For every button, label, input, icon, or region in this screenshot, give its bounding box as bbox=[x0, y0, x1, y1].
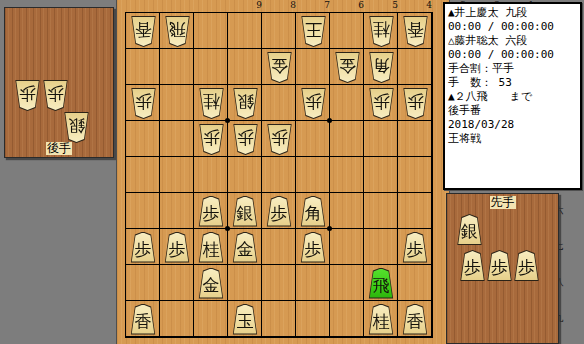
square-4-三[interactable]: 歩 bbox=[296, 85, 330, 121]
square-3-一[interactable] bbox=[330, 13, 364, 49]
file-label-6: 6 bbox=[344, 0, 378, 11]
square-8-一[interactable]: 飛 bbox=[160, 13, 194, 49]
square-7-四[interactable]: 歩 bbox=[194, 121, 228, 157]
square-4-二[interactable] bbox=[296, 49, 330, 85]
hand-piece-gote[interactable]: 歩 bbox=[14, 80, 41, 111]
square-7-八[interactable]: 金 bbox=[194, 265, 228, 301]
shogi-piece-gote[interactable]: 桂 bbox=[368, 16, 395, 47]
shogi-app-window: 後手 歩歩銀 987654321 一二三四五六七八九 香飛王桂香金金角歩桂銀歩歩… bbox=[0, 0, 584, 344]
square-8-八[interactable] bbox=[160, 265, 194, 301]
square-7-一[interactable] bbox=[194, 13, 228, 49]
square-7-五[interactable] bbox=[194, 157, 228, 193]
info-line-3: △藤井聡太 六段 bbox=[448, 34, 577, 48]
shogi-piece-sente[interactable]: 歩 bbox=[130, 232, 157, 263]
square-5-三[interactable] bbox=[262, 85, 296, 121]
square-5-九[interactable] bbox=[262, 301, 296, 337]
square-8-六[interactable] bbox=[160, 193, 194, 229]
square-9-六[interactable] bbox=[126, 193, 160, 229]
square-6-三[interactable]: 銀 bbox=[228, 85, 262, 121]
shogi-piece-gote[interactable]: 歩 bbox=[368, 88, 395, 119]
square-9-四[interactable] bbox=[126, 121, 160, 157]
shogi-piece-sente[interactable]: 歩 bbox=[164, 232, 191, 263]
gote-hand-label: 後手 bbox=[46, 142, 72, 155]
square-8-七[interactable]: 歩 bbox=[160, 229, 194, 265]
square-2-三[interactable]: 歩 bbox=[364, 85, 398, 121]
info-line-1: ▲井上慶太 九段 bbox=[448, 6, 577, 20]
square-8-三[interactable] bbox=[160, 85, 194, 121]
square-5-八[interactable] bbox=[262, 265, 296, 301]
square-2-四[interactable] bbox=[364, 121, 398, 157]
star-point-icon bbox=[327, 226, 332, 231]
info-line-9: 2018/03/28 bbox=[448, 118, 577, 132]
square-6-六[interactable]: 銀 bbox=[228, 193, 262, 229]
square-9-九[interactable]: 香 bbox=[126, 301, 160, 337]
square-3-八[interactable] bbox=[330, 265, 364, 301]
shogi-board[interactable]: 香飛王桂香金金角歩桂銀歩歩歩歩歩歩歩銀歩角歩歩桂金歩歩金飛香玉桂香 bbox=[125, 12, 433, 338]
square-4-一[interactable]: 王 bbox=[296, 13, 330, 49]
square-6-四[interactable]: 歩 bbox=[228, 121, 262, 157]
info-line-5: 手合割：平手 bbox=[448, 62, 577, 76]
square-5-七[interactable] bbox=[262, 229, 296, 265]
square-8-九[interactable] bbox=[160, 301, 194, 337]
star-point-icon bbox=[225, 118, 230, 123]
shogi-piece-gote[interactable]: 香 bbox=[402, 16, 429, 47]
file-label-7: 7 bbox=[310, 0, 344, 11]
hand-piece-sente[interactable]: 歩 bbox=[486, 250, 513, 281]
info-line-4: 00:00 / 00:00:00 bbox=[448, 48, 577, 62]
shogi-piece-gote[interactable]: 銀 bbox=[232, 88, 259, 119]
square-1-三[interactable]: 歩 bbox=[398, 85, 432, 121]
shogi-piece-gote[interactable]: 歩 bbox=[402, 88, 429, 119]
square-2-二[interactable]: 角 bbox=[364, 49, 398, 85]
square-6-八[interactable] bbox=[228, 265, 262, 301]
square-9-八[interactable] bbox=[126, 265, 160, 301]
square-2-六[interactable] bbox=[364, 193, 398, 229]
file-label-5: 5 bbox=[378, 0, 412, 11]
file-label-8: 8 bbox=[276, 0, 310, 11]
square-3-三[interactable] bbox=[330, 85, 364, 121]
sente-hand-label: 先手 bbox=[490, 196, 516, 209]
sente-hand-tray: 先手 銀歩歩歩 bbox=[446, 193, 559, 344]
shogi-piece-sente[interactable]: 角 bbox=[300, 196, 327, 227]
square-5-一[interactable] bbox=[262, 13, 296, 49]
square-4-七[interactable]: 歩 bbox=[296, 229, 330, 265]
shogi-piece-gote[interactable]: 歩 bbox=[130, 88, 157, 119]
square-4-八[interactable] bbox=[296, 265, 330, 301]
square-8-五[interactable] bbox=[160, 157, 194, 193]
star-point-icon bbox=[327, 118, 332, 123]
shogi-piece-sente[interactable]: 桂 bbox=[198, 232, 225, 263]
shogi-piece-sente[interactable]: 玉 bbox=[232, 304, 259, 335]
shogi-piece-gote[interactable]: 香 bbox=[130, 16, 157, 47]
shogi-piece-sente[interactable]: 歩 bbox=[266, 196, 293, 227]
shogi-piece-gote[interactable]: 桂 bbox=[198, 88, 225, 119]
square-1-八[interactable] bbox=[398, 265, 432, 301]
square-4-四[interactable] bbox=[296, 121, 330, 157]
file-label-4: 4 bbox=[412, 0, 446, 11]
shogi-piece-sente[interactable]: 銀 bbox=[232, 196, 259, 227]
file-label-9: 9 bbox=[242, 0, 276, 11]
shogi-piece-sente[interactable]: 香 bbox=[130, 304, 157, 335]
square-9-二[interactable] bbox=[126, 49, 160, 85]
square-7-六[interactable]: 歩 bbox=[194, 193, 228, 229]
square-2-五[interactable] bbox=[364, 157, 398, 193]
square-9-一[interactable]: 香 bbox=[126, 13, 160, 49]
hand-piece-sente[interactable]: 歩 bbox=[513, 250, 540, 281]
shogi-piece-gote[interactable]: 角 bbox=[368, 52, 395, 83]
square-1-七[interactable]: 歩 bbox=[398, 229, 432, 265]
square-4-九[interactable] bbox=[296, 301, 330, 337]
square-2-八[interactable]: 飛 bbox=[364, 265, 398, 301]
square-5-五[interactable] bbox=[262, 157, 296, 193]
shogi-piece-gote[interactable]: 歩 bbox=[232, 124, 259, 155]
square-5-六[interactable]: 歩 bbox=[262, 193, 296, 229]
square-6-七[interactable]: 金 bbox=[228, 229, 262, 265]
square-1-五[interactable] bbox=[398, 157, 432, 193]
square-2-一[interactable]: 桂 bbox=[364, 13, 398, 49]
square-7-二[interactable] bbox=[194, 49, 228, 85]
shogi-piece-sente[interactable]: 歩 bbox=[300, 232, 327, 263]
square-3-七[interactable] bbox=[330, 229, 364, 265]
hand-piece-gote[interactable]: 銀 bbox=[63, 112, 90, 143]
star-point-icon bbox=[225, 226, 230, 231]
square-3-五[interactable] bbox=[330, 157, 364, 193]
square-4-五[interactable] bbox=[296, 157, 330, 193]
shogi-piece-sente[interactable]: 歩 bbox=[402, 232, 429, 263]
shogi-piece-gote[interactable]: 金 bbox=[266, 52, 293, 83]
shogi-piece-sente[interactable]: 歩 bbox=[198, 196, 225, 227]
shogi-piece-gote[interactable]: 歩 bbox=[198, 124, 225, 155]
info-line-2: 00:00 / 00:00:00 bbox=[448, 20, 577, 34]
square-2-九[interactable]: 桂 bbox=[364, 301, 398, 337]
square-1-九[interactable]: 香 bbox=[398, 301, 432, 337]
square-8-四[interactable] bbox=[160, 121, 194, 157]
info-line-10: 王将戦 bbox=[448, 132, 577, 146]
square-1-六[interactable] bbox=[398, 193, 432, 229]
square-1-二[interactable] bbox=[398, 49, 432, 85]
square-1-四[interactable] bbox=[398, 121, 432, 157]
square-5-二[interactable]: 金 bbox=[262, 49, 296, 85]
shogi-piece-sente[interactable]: 金 bbox=[198, 268, 225, 299]
square-1-一[interactable]: 香 bbox=[398, 13, 432, 49]
square-6-一[interactable] bbox=[228, 13, 262, 49]
square-5-四[interactable]: 歩 bbox=[262, 121, 296, 157]
square-9-五[interactable] bbox=[126, 157, 160, 193]
square-3-四[interactable] bbox=[330, 121, 364, 157]
square-9-七[interactable]: 歩 bbox=[126, 229, 160, 265]
square-7-七[interactable]: 桂 bbox=[194, 229, 228, 265]
hand-piece-gote[interactable]: 歩 bbox=[42, 80, 69, 111]
gote-hand-tray: 後手 歩歩銀 bbox=[4, 7, 114, 158]
square-3-九[interactable] bbox=[330, 301, 364, 337]
square-4-六[interactable]: 角 bbox=[296, 193, 330, 229]
square-7-三[interactable]: 桂 bbox=[194, 85, 228, 121]
shogi-piece-sente[interactable]: 香 bbox=[402, 304, 429, 335]
square-9-三[interactable]: 歩 bbox=[126, 85, 160, 121]
square-3-二[interactable]: 金 bbox=[330, 49, 364, 85]
square-3-六[interactable] bbox=[330, 193, 364, 229]
square-6-九[interactable]: 玉 bbox=[228, 301, 262, 337]
info-line-6: 手 数： 53 bbox=[448, 76, 577, 90]
info-line-7: ▲２八飛 まで bbox=[448, 90, 577, 104]
shogi-piece-gote[interactable]: 金 bbox=[334, 52, 361, 83]
shogi-piece-sente[interactable]: 桂 bbox=[368, 304, 395, 335]
hand-piece-sente[interactable]: 銀 bbox=[456, 214, 483, 245]
shogi-piece-gote[interactable]: 飛 bbox=[164, 16, 191, 47]
square-8-二[interactable] bbox=[160, 49, 194, 85]
shogi-piece-gote[interactable]: 歩 bbox=[266, 124, 293, 155]
shogi-piece-gote[interactable]: 王 bbox=[300, 16, 327, 47]
info-panel: ▲井上慶太 九段00:00 / 00:00:00△藤井聡太 六段00:00 / … bbox=[443, 2, 582, 190]
square-6-二[interactable] bbox=[228, 49, 262, 85]
info-line-8: 後手番 bbox=[448, 104, 577, 118]
square-2-七[interactable] bbox=[364, 229, 398, 265]
shogi-piece-gote[interactable]: 歩 bbox=[300, 88, 327, 119]
square-6-五[interactable] bbox=[228, 157, 262, 193]
square-7-九[interactable] bbox=[194, 301, 228, 337]
shogi-piece-sente[interactable]: 金 bbox=[232, 232, 259, 263]
hand-piece-sente[interactable]: 歩 bbox=[459, 250, 486, 281]
shogi-piece-sente[interactable]: 飛 bbox=[368, 268, 395, 299]
